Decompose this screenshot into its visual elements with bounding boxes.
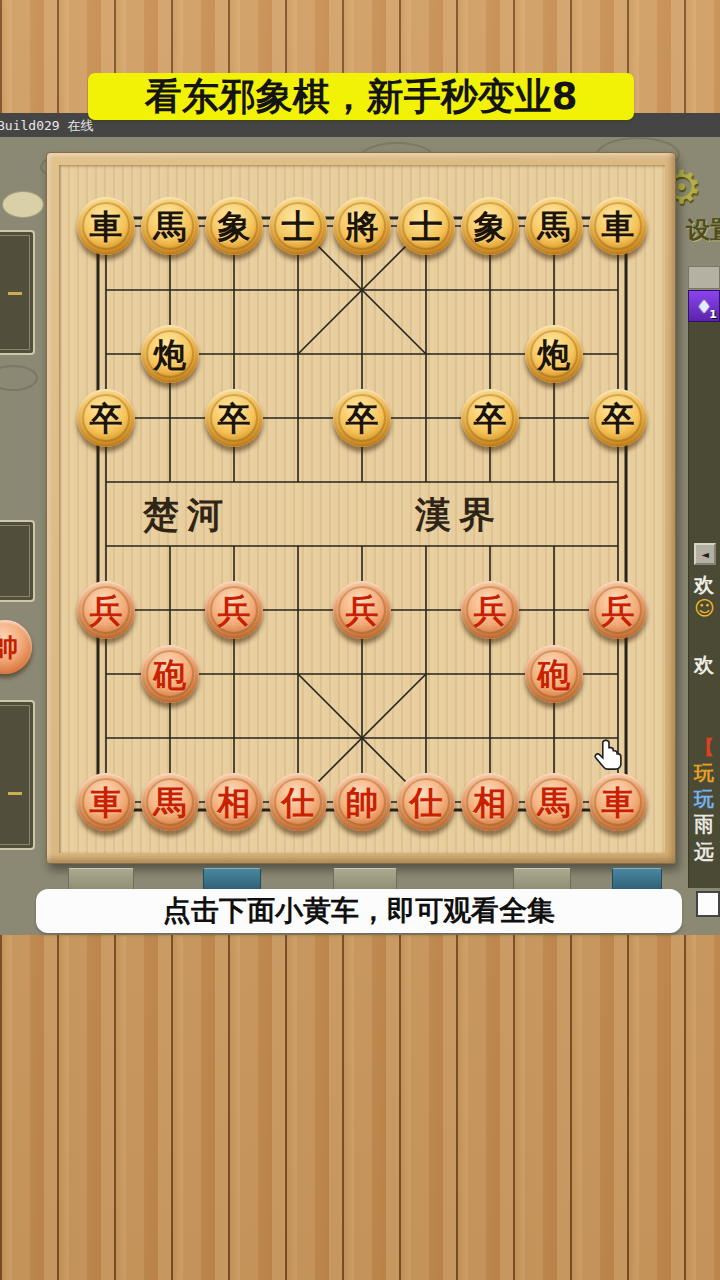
piece-red-帥-c4r9[interactable]: 帥: [333, 773, 391, 831]
left-ornate-panel: [0, 230, 35, 355]
gem-count-badge: 1: [709, 308, 717, 321]
piece-black-士-c3r0[interactable]: 士: [269, 197, 327, 255]
piece-red-馬-c1r9[interactable]: 馬: [141, 773, 199, 831]
board-frame: 楚河 漢界 車馬象士將士象馬車炮炮卒卒卒卒卒兵兵兵兵兵砲砲車馬相仕帥仕相馬車: [46, 152, 676, 864]
toolbar-button[interactable]: [333, 868, 397, 891]
left-arrow-icon: ◄: [701, 549, 709, 560]
piece-red-砲-c7r7[interactable]: 砲: [525, 645, 583, 703]
piece-red-兵-c2r6[interactable]: 兵: [205, 581, 263, 639]
piece-red-馬-c7r9[interactable]: 馬: [525, 773, 583, 831]
top-promo-banner: 看东邪象棋，新手秒变业8: [88, 73, 634, 120]
chat-message: 欢: [694, 652, 714, 679]
button-row: [0, 868, 720, 891]
piece-black-炮-c7r2[interactable]: 炮: [525, 325, 583, 383]
piece-black-馬-c7r0[interactable]: 馬: [525, 197, 583, 255]
side-mini-box: [688, 266, 720, 289]
piece-red-兵-c0r6[interactable]: 兵: [77, 581, 135, 639]
piece-black-將-c4r0[interactable]: 將: [333, 197, 391, 255]
piece-red-兵-c6r6[interactable]: 兵: [461, 581, 519, 639]
river-label-right: 漢界: [394, 491, 524, 540]
chat-message: 欢: [694, 572, 714, 599]
piece-red-兵-c4r6[interactable]: 兵: [333, 581, 391, 639]
piece-red-車-c0r9[interactable]: 車: [77, 773, 135, 831]
cloud-decoration: [0, 365, 38, 391]
chat-input-box[interactable]: [696, 891, 720, 917]
piece-black-車-c8r0[interactable]: 車: [589, 197, 647, 255]
piece-red-砲-c1r7[interactable]: 砲: [141, 645, 199, 703]
piece-black-卒-c2r3[interactable]: 卒: [205, 389, 263, 447]
toolbar-button[interactable]: [612, 868, 662, 891]
hand-cursor-icon: [594, 738, 624, 774]
toolbar-button[interactable]: [203, 868, 261, 891]
piece-black-車-c0r0[interactable]: 車: [77, 197, 135, 255]
chat-message: 玩: [694, 760, 714, 787]
piece-black-卒-c8r3[interactable]: 卒: [589, 389, 647, 447]
gem-button[interactable]: ♦ 1: [688, 290, 720, 322]
piece-red-車-c8r9[interactable]: 車: [589, 773, 647, 831]
left-ornate-panel: [0, 700, 35, 850]
chat-message: 【: [694, 734, 714, 761]
piece-red-仕-c5r9[interactable]: 仕: [397, 773, 455, 831]
toolbar-button[interactable]: [68, 868, 134, 891]
top-banner-text: 看东邪象棋，新手秒变业8: [145, 72, 578, 122]
piece-red-相-c2r9[interactable]: 相: [205, 773, 263, 831]
piece-red-相-c6r9[interactable]: 相: [461, 773, 519, 831]
toolbar-button[interactable]: [513, 868, 571, 891]
piece-black-卒-c0r3[interactable]: 卒: [77, 389, 135, 447]
chat-message: 玩: [694, 786, 714, 813]
piece-black-炮-c1r2[interactable]: 炮: [141, 325, 199, 383]
river-label-left: 楚河: [122, 491, 252, 540]
piece-red-仕-c3r9[interactable]: 仕: [269, 773, 327, 831]
panel-dash: [8, 792, 22, 795]
piece-black-馬-c1r0[interactable]: 馬: [141, 197, 199, 255]
piece-black-卒-c6r3[interactable]: 卒: [461, 389, 519, 447]
chat-collapse-button[interactable]: ◄: [694, 543, 716, 565]
bottom-banner-text: 点击下面小黄车，即可观看全集: [163, 892, 555, 930]
chat-panel: 欢☺欢【玩玩雨远: [688, 322, 720, 888]
chat-message: 雨: [694, 811, 714, 838]
piece-black-象-c6r0[interactable]: 象: [461, 197, 519, 255]
build-version-label: Build029 在线: [0, 117, 93, 135]
settings-label[interactable]: 设置: [686, 214, 720, 246]
piece-black-卒-c4r3[interactable]: 卒: [333, 389, 391, 447]
piece-black-士-c5r0[interactable]: 士: [397, 197, 455, 255]
bottom-promo-banner: 点击下面小黄车，即可观看全集: [36, 889, 682, 933]
chat-message: 远: [694, 839, 714, 866]
cloud-decoration: [2, 191, 44, 218]
panel-dash: [8, 292, 22, 295]
chat-message: ☺: [694, 596, 715, 620]
piece-black-象-c2r0[interactable]: 象: [205, 197, 263, 255]
left-ornate-panel: [0, 520, 35, 602]
piece-red-兵-c8r6[interactable]: 兵: [589, 581, 647, 639]
red-general-glyph: 帥: [0, 630, 18, 665]
